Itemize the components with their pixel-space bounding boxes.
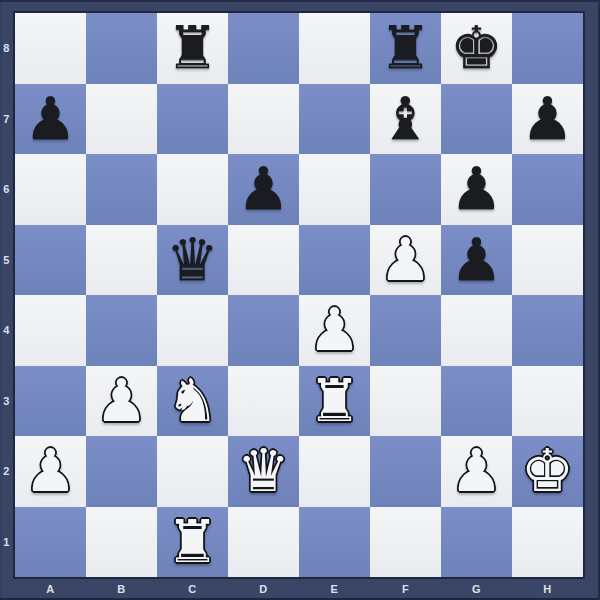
white-pawn[interactable]: ♟ xyxy=(24,436,77,506)
rank-label-1: 1 xyxy=(0,507,13,578)
square-d7[interactable] xyxy=(228,84,299,155)
square-c5[interactable]: ♛ xyxy=(157,225,228,296)
square-a3[interactable] xyxy=(15,366,86,437)
square-b6[interactable] xyxy=(86,154,157,225)
square-e7[interactable] xyxy=(299,84,370,155)
file-label-d: D xyxy=(228,579,299,598)
square-f4[interactable] xyxy=(370,295,441,366)
square-h3[interactable] xyxy=(512,366,583,437)
black-rook[interactable]: ♜ xyxy=(166,13,219,83)
rank-label-3: 3 xyxy=(0,366,13,437)
square-f8[interactable]: ♜ xyxy=(370,13,441,84)
square-d6[interactable]: ♟ xyxy=(228,154,299,225)
chess-board: ♜♜♚♟♝♟♟♟♛♟♟♟♟♞♜♟♛♟♚♜ xyxy=(15,13,583,577)
square-e3[interactable]: ♜ xyxy=(299,366,370,437)
square-b1[interactable] xyxy=(86,507,157,578)
square-h1[interactable] xyxy=(512,507,583,578)
white-pawn[interactable]: ♟ xyxy=(308,295,361,365)
square-c7[interactable] xyxy=(157,84,228,155)
square-a2[interactable]: ♟ xyxy=(15,436,86,507)
square-f7[interactable]: ♝ xyxy=(370,84,441,155)
square-g1[interactable] xyxy=(441,507,512,578)
chess-board-window: 87654321 ♜♜♚♟♝♟♟♟♛♟♟♟♟♞♜♟♛♟♚♜ ABCDEFGH xyxy=(0,0,600,600)
square-a5[interactable] xyxy=(15,225,86,296)
square-f6[interactable] xyxy=(370,154,441,225)
rank-label-5: 5 xyxy=(0,225,13,296)
black-pawn[interactable]: ♟ xyxy=(521,84,574,154)
rank-labels: 87654321 xyxy=(0,13,13,577)
rank-label-8: 8 xyxy=(0,13,13,84)
square-h8[interactable] xyxy=(512,13,583,84)
square-a8[interactable] xyxy=(15,13,86,84)
square-h7[interactable]: ♟ xyxy=(512,84,583,155)
black-pawn[interactable]: ♟ xyxy=(450,225,503,295)
square-b3[interactable]: ♟ xyxy=(86,366,157,437)
square-d1[interactable] xyxy=(228,507,299,578)
black-rook[interactable]: ♜ xyxy=(379,13,432,83)
square-c4[interactable] xyxy=(157,295,228,366)
square-f3[interactable] xyxy=(370,366,441,437)
white-rook[interactable]: ♜ xyxy=(166,507,219,577)
white-pawn[interactable]: ♟ xyxy=(379,225,432,295)
square-g8[interactable]: ♚ xyxy=(441,13,512,84)
square-b2[interactable] xyxy=(86,436,157,507)
file-label-f: F xyxy=(370,579,441,598)
square-b4[interactable] xyxy=(86,295,157,366)
square-a7[interactable]: ♟ xyxy=(15,84,86,155)
square-g7[interactable] xyxy=(441,84,512,155)
square-d5[interactable] xyxy=(228,225,299,296)
square-h4[interactable] xyxy=(512,295,583,366)
rank-label-6: 6 xyxy=(0,154,13,225)
square-d4[interactable] xyxy=(228,295,299,366)
square-e1[interactable] xyxy=(299,507,370,578)
white-knight[interactable]: ♞ xyxy=(166,366,219,436)
square-e6[interactable] xyxy=(299,154,370,225)
square-b5[interactable] xyxy=(86,225,157,296)
black-pawn[interactable]: ♟ xyxy=(24,84,77,154)
black-queen[interactable]: ♛ xyxy=(166,225,219,295)
square-g4[interactable] xyxy=(441,295,512,366)
square-d2[interactable]: ♛ xyxy=(228,436,299,507)
file-label-a: A xyxy=(15,579,86,598)
file-label-h: H xyxy=(512,579,583,598)
square-h2[interactable]: ♚ xyxy=(512,436,583,507)
square-f2[interactable] xyxy=(370,436,441,507)
square-f1[interactable] xyxy=(370,507,441,578)
square-c6[interactable] xyxy=(157,154,228,225)
rank-label-7: 7 xyxy=(0,84,13,155)
square-g6[interactable]: ♟ xyxy=(441,154,512,225)
file-label-c: C xyxy=(157,579,228,598)
white-queen[interactable]: ♛ xyxy=(237,436,290,506)
white-rook[interactable]: ♜ xyxy=(308,366,361,436)
black-pawn[interactable]: ♟ xyxy=(450,154,503,224)
file-label-b: B xyxy=(86,579,157,598)
square-d8[interactable] xyxy=(228,13,299,84)
square-c1[interactable]: ♜ xyxy=(157,507,228,578)
rank-label-2: 2 xyxy=(0,436,13,507)
square-c2[interactable] xyxy=(157,436,228,507)
file-label-e: E xyxy=(299,579,370,598)
board-frame: ♜♜♚♟♝♟♟♟♛♟♟♟♟♞♜♟♛♟♚♜ xyxy=(13,11,585,579)
square-a6[interactable] xyxy=(15,154,86,225)
square-f5[interactable]: ♟ xyxy=(370,225,441,296)
white-king[interactable]: ♚ xyxy=(521,436,574,506)
white-pawn[interactable]: ♟ xyxy=(95,366,148,436)
square-e5[interactable] xyxy=(299,225,370,296)
square-a4[interactable] xyxy=(15,295,86,366)
square-c3[interactable]: ♞ xyxy=(157,366,228,437)
square-g5[interactable]: ♟ xyxy=(441,225,512,296)
file-label-g: G xyxy=(441,579,512,598)
square-g3[interactable] xyxy=(441,366,512,437)
square-h5[interactable] xyxy=(512,225,583,296)
square-c8[interactable]: ♜ xyxy=(157,13,228,84)
square-a1[interactable] xyxy=(15,507,86,578)
rank-label-4: 4 xyxy=(0,295,13,366)
square-h6[interactable] xyxy=(512,154,583,225)
square-e2[interactable] xyxy=(299,436,370,507)
square-b8[interactable] xyxy=(86,13,157,84)
black-king[interactable]: ♚ xyxy=(450,13,503,83)
white-pawn[interactable]: ♟ xyxy=(450,436,503,506)
square-e4[interactable]: ♟ xyxy=(299,295,370,366)
square-e8[interactable] xyxy=(299,13,370,84)
black-pawn[interactable]: ♟ xyxy=(237,154,290,224)
file-labels: ABCDEFGH xyxy=(15,579,583,598)
square-g2[interactable]: ♟ xyxy=(441,436,512,507)
square-b7[interactable] xyxy=(86,84,157,155)
square-d3[interactable] xyxy=(228,366,299,437)
black-bishop[interactable]: ♝ xyxy=(379,84,432,154)
